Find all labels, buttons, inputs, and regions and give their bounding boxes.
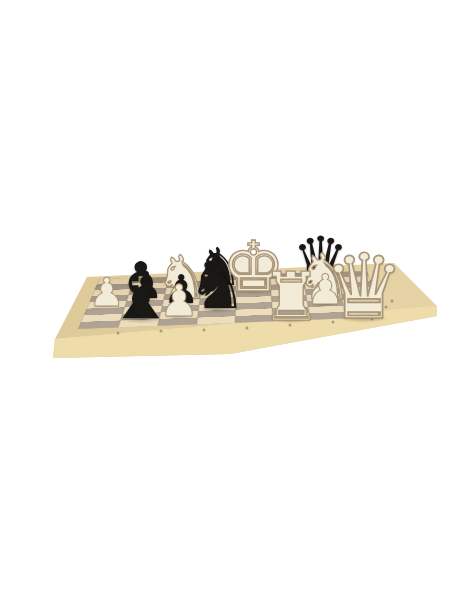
pin-dot	[117, 332, 120, 335]
pin-dot	[391, 300, 394, 303]
pin-dot	[371, 318, 374, 321]
square-h5	[339, 287, 374, 294]
square-e6	[236, 285, 271, 292]
square-f5	[271, 289, 306, 296]
product-photo: ♛♞♚♞♟♞♟♟♟♞♟♝♛♜	[0, 0, 450, 600]
square-g8	[303, 272, 337, 278]
pin-dot	[289, 324, 292, 327]
square-e3	[236, 302, 273, 310]
square-e7	[236, 279, 270, 286]
pin-dot	[373, 296, 376, 299]
square-e5	[236, 290, 271, 297]
square-f6	[271, 284, 306, 291]
square-a7	[94, 283, 132, 290]
square-g7	[303, 277, 337, 283]
square-c8	[167, 276, 202, 282]
square-b8	[132, 277, 168, 284]
pin-dot	[385, 306, 388, 309]
square-f7	[270, 278, 304, 284]
square-h2	[344, 304, 381, 312]
pin-dot	[160, 330, 163, 333]
square-g4	[306, 294, 342, 301]
square-f4	[271, 295, 307, 302]
square-g3	[307, 300, 343, 307]
pin-dot	[378, 312, 381, 315]
square-h7	[336, 276, 370, 282]
square-h6	[338, 281, 373, 288]
square-e8	[236, 274, 270, 280]
square-d7	[201, 280, 236, 287]
square-d6	[201, 286, 236, 293]
square-g5	[305, 288, 340, 295]
square-d8	[202, 275, 236, 281]
square-c6	[165, 287, 202, 294]
square-b7	[130, 282, 167, 289]
square-d4	[199, 297, 236, 304]
pin-dot	[203, 329, 206, 332]
pin-dot	[332, 321, 335, 324]
square-e4	[236, 296, 272, 303]
square-g6	[304, 283, 339, 290]
pin-dot	[246, 327, 249, 330]
square-h8	[335, 271, 369, 277]
square-f8	[270, 273, 304, 279]
square-f3	[272, 301, 308, 308]
square-h4	[341, 293, 377, 300]
square-a8	[97, 278, 134, 285]
square-h3	[342, 298, 379, 305]
pin-dot	[370, 280, 373, 283]
square-d5	[200, 291, 236, 298]
square-c7	[166, 281, 202, 288]
pin-dot	[371, 288, 374, 291]
